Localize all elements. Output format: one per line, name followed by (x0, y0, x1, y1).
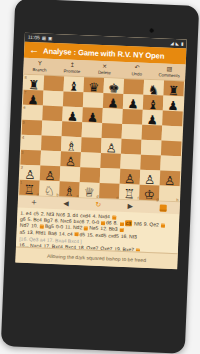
square-c6[interactable]: ♟ (62, 106, 83, 122)
square-e8[interactable]: ♚ (103, 78, 124, 94)
move-token[interactable]: 10. (31, 223, 38, 229)
square-f4[interactable] (121, 139, 142, 155)
move-token[interactable]: d5 (79, 231, 85, 237)
tablet-frame: 11:05 ▦ ▣ ◢ ◣ ▮ ← Analyse : Game with R.… (1, 0, 199, 354)
tab-promote[interactable]: ↥Promote (56, 59, 89, 76)
move-token[interactable]: 9. Qe2 (144, 221, 159, 228)
tab-label: Promote (64, 68, 81, 74)
square-e3[interactable] (100, 153, 121, 169)
move-token[interactable]: Nf6 (134, 221, 142, 227)
skip-to-start-icon[interactable]: ◀ (63, 197, 69, 209)
square-g3[interactable] (140, 155, 161, 171)
signal-icon: ◣ (175, 39, 179, 48)
square-h3[interactable] (160, 156, 181, 172)
move-token[interactable]: 15. exd5 (87, 231, 106, 238)
square-b2[interactable]: ♙ (40, 165, 61, 181)
square-c3[interactable]: ♙ (60, 151, 81, 167)
square-h8[interactable]: ♜ (163, 81, 184, 97)
square-e1[interactable]: e (99, 183, 120, 199)
move-token[interactable]: Ne5 (89, 225, 98, 231)
rank-label: 5 (23, 119, 25, 124)
square-c8[interactable]: ♝ (64, 76, 85, 92)
square-f8[interactable] (123, 79, 144, 95)
square-c5[interactable] (62, 121, 83, 137)
square-f5[interactable] (122, 124, 143, 140)
wifi-icon: ◢ (170, 39, 174, 48)
promote-icon: ↥ (70, 62, 75, 68)
rank-label: 4 (22, 134, 24, 139)
piece-B: ♗ (63, 184, 75, 199)
square-d7[interactable] (83, 92, 104, 108)
square-b7[interactable] (43, 91, 64, 107)
square-e2[interactable] (100, 168, 121, 184)
comment-marker-icon (40, 224, 44, 228)
square-g8[interactable]: ♞ (143, 80, 164, 96)
square-e5[interactable] (102, 123, 123, 139)
square-b5[interactable] (42, 121, 63, 137)
square-g5[interactable] (142, 125, 163, 141)
tab-label: Comments (158, 72, 179, 78)
save-icon[interactable] (159, 204, 166, 211)
square-d1[interactable]: d♕ (79, 182, 100, 198)
comment-marker-icon (112, 215, 116, 219)
square-h7[interactable]: ♟ (163, 96, 184, 112)
move-token[interactable]: Nd7 (20, 222, 29, 228)
front-camera-icon (149, 28, 154, 33)
rank-label: 2 (21, 164, 23, 169)
square-h5[interactable] (162, 126, 183, 142)
move-token[interactable]: 14. c4 (59, 230, 73, 237)
square-g1[interactable]: g♔ (139, 185, 160, 201)
tab-label: Delete (98, 70, 111, 76)
square-b4[interactable] (41, 136, 62, 152)
comment-marker-icon (74, 232, 78, 236)
square-h6[interactable] (162, 111, 183, 127)
square-a1[interactable]: 1a♖ (19, 180, 40, 196)
undo-icon: ↶ (134, 64, 139, 70)
square-a2[interactable]: 2♙ (20, 165, 41, 181)
square-d4[interactable] (81, 137, 102, 153)
square-c1[interactable]: c♗ (59, 181, 80, 197)
square-b6[interactable] (42, 106, 63, 122)
square-f3[interactable] (120, 154, 141, 170)
chess-board: 8♜♝♛♚♞♜7♟♟♟♝♟6♟♟♟54♗♙3♙2♙♙♙♙♙1a♖b♘c♗d♕ef… (19, 75, 184, 202)
square-a6[interactable]: 6 (22, 105, 43, 121)
move-list: 1. e4c52. Nf3Nc63. d4cxd44. Nxd4g65. Bc4… (16, 208, 179, 254)
move-token[interactable]: 13. Rfd1 (27, 229, 46, 236)
comment-marker-icon (120, 222, 124, 226)
comment-marker-icon (84, 226, 88, 230)
square-e4[interactable]: ♙ (101, 138, 122, 154)
square-f2[interactable]: ♙ (120, 169, 141, 185)
move-token[interactable]: Bg5 (45, 223, 54, 229)
square-d5[interactable] (82, 122, 103, 138)
move-token[interactable]: Ba6 (48, 229, 57, 235)
square-b3[interactable] (40, 151, 61, 167)
comments-icon: ▤ (166, 66, 172, 72)
square-h1[interactable]: h (159, 186, 180, 202)
current-move-token[interactable]: c3 (125, 220, 133, 226)
square-h2[interactable]: ♙ (160, 171, 181, 187)
comment-marker-icon (101, 221, 105, 225)
notification-icon: ▣ (48, 34, 53, 43)
piece-N: ♘ (43, 183, 55, 198)
square-g6[interactable]: ♟ (142, 110, 163, 126)
app-screen: 11:05 ▦ ▣ ◢ ◣ ▮ ← Analyse : Game with R.… (15, 33, 186, 270)
status-time: 11:05 (28, 33, 41, 43)
page-title: Analyse : Game with R.V. NY Open (43, 46, 165, 60)
square-g4[interactable] (141, 140, 162, 156)
tab-comments[interactable]: ▤Comments (153, 63, 186, 80)
comment-marker-icon (120, 228, 124, 232)
square-f7[interactable]: ♟ (123, 94, 144, 110)
square-h4[interactable] (161, 141, 182, 157)
square-d6[interactable]: ♟ (82, 107, 103, 123)
square-a4[interactable]: 4 (21, 135, 42, 151)
tab-undo[interactable]: ↶Undo (120, 62, 153, 79)
piece-Q: ♕ (83, 184, 95, 199)
square-e7[interactable]: ♟ (103, 93, 124, 109)
square-b8[interactable] (44, 76, 65, 92)
square-c7[interactable] (63, 91, 84, 107)
piece-R: ♖ (123, 186, 135, 201)
rank-label: 3 (21, 149, 23, 154)
tab-label: Branch (33, 67, 47, 73)
square-g2[interactable]: ♙ (140, 170, 161, 186)
square-d3[interactable] (80, 152, 101, 168)
move-token[interactable]: 0-0 (56, 224, 63, 230)
add-move-icon[interactable]: + (31, 196, 37, 208)
battery-icon: ▮ (181, 39, 184, 48)
rank-label: 6 (23, 104, 25, 109)
square-d2[interactable] (80, 167, 101, 183)
square-d8[interactable]: ♛ (83, 77, 104, 93)
tab-label: Undo (131, 71, 142, 76)
flip-rotate-icon[interactable]: ↻ (95, 199, 101, 211)
move-token[interactable]: 11. Nd2 (65, 224, 82, 231)
move-token[interactable]: cxd5 (108, 232, 119, 238)
square-b1[interactable]: b♘ (39, 180, 60, 196)
move-token[interactable]: a5 (19, 228, 25, 234)
comment-marker-icon (161, 223, 165, 227)
move-token[interactable]: 16. Nf3 (121, 233, 137, 240)
square-a7[interactable]: 7♟ (23, 90, 44, 106)
piece-K: ♔ (143, 187, 155, 202)
square-g7[interactable]: ♝ (143, 95, 164, 111)
tab-delete[interactable]: ×Delete (88, 60, 121, 77)
square-f6[interactable] (122, 109, 143, 125)
piece-R: ♖ (23, 182, 35, 197)
square-a8[interactable]: 8♜ (24, 75, 45, 91)
file-label: h (176, 197, 178, 202)
square-e6[interactable] (102, 108, 123, 124)
delete-icon: × (102, 63, 107, 69)
rank-label: 8 (24, 74, 26, 79)
tab-branch[interactable]: YBranch (23, 58, 56, 75)
square-a5[interactable]: 5 (22, 120, 43, 136)
skip-to-end-icon[interactable]: ▶ (127, 200, 133, 212)
branch-icon: Y (38, 60, 42, 66)
notification-icon: ▦ (42, 33, 47, 42)
square-a3[interactable]: 3 (20, 150, 41, 166)
square-f1[interactable]: f♖ (119, 184, 140, 200)
square-c4[interactable]: ♗ (61, 136, 82, 152)
rank-label: 1 (20, 179, 22, 184)
square-c2[interactable] (60, 166, 81, 182)
back-button[interactable]: ← (29, 42, 40, 58)
rank-label: 7 (24, 89, 26, 94)
